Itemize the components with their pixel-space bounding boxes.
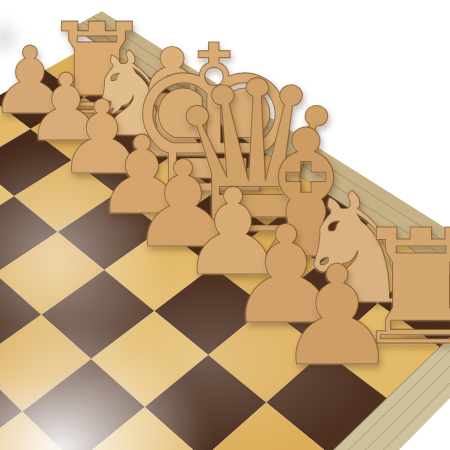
- photo-chess-scene: ♜♟♞♟♝♟♚♟♛♟♝♟♞♟♜♟: [0, 0, 450, 450]
- piece-a2-pawn[interactable]: ♟: [275, 248, 399, 386]
